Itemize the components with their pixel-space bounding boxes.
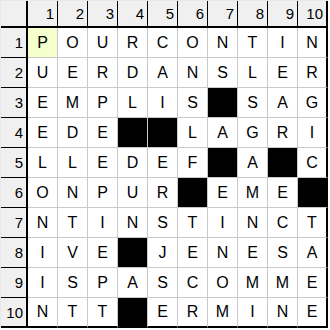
col-header-1: 1 — [28, 1, 58, 28]
col-header-2: 2 — [58, 1, 88, 28]
block-cell-r10c4[interactable] — [118, 298, 148, 328]
row-header-10: 10 — [1, 298, 28, 328]
letter-cell-r6c2[interactable]: N — [58, 178, 88, 208]
letter-cell-r1c8[interactable]: T — [238, 28, 268, 58]
letter-cell-r3c1[interactable]: E — [28, 88, 58, 118]
letter-cell-r5c10[interactable]: C — [298, 148, 328, 178]
letter-cell-r2c1[interactable]: U — [28, 58, 58, 88]
block-cell-r5c7[interactable] — [208, 148, 238, 178]
letter-cell-r5c5[interactable]: E — [148, 148, 178, 178]
block-cell-r8c4[interactable] — [118, 238, 148, 268]
letter-cell-r2c7[interactable]: S — [208, 58, 238, 88]
letter-cell-r9c6[interactable]: C — [178, 268, 208, 298]
letter-cell-r10c9[interactable]: N — [268, 298, 298, 328]
letter-cell-r2c5[interactable]: A — [148, 58, 178, 88]
letter-cell-r6c1[interactable]: O — [28, 178, 58, 208]
row-header-1: 1 — [1, 28, 28, 58]
block-cell-r3c7[interactable] — [208, 88, 238, 118]
row-header-4: 4 — [1, 118, 28, 148]
letter-cell-r10c2[interactable]: T — [58, 298, 88, 328]
crossword-grid: 123456789101POURCONTIN2UERDANSLER3EMPLIS… — [0, 0, 328, 328]
letter-cell-r2c9[interactable]: E — [268, 58, 298, 88]
letter-cell-r9c7[interactable]: O — [208, 268, 238, 298]
letter-cell-r7c1[interactable]: N — [28, 208, 58, 238]
row-header-9: 9 — [1, 268, 28, 298]
letter-cell-r10c6[interactable]: R — [178, 298, 208, 328]
letter-cell-r3c2[interactable]: M — [58, 88, 88, 118]
letter-cell-r9c5[interactable]: S — [148, 268, 178, 298]
letter-cell-r8c10[interactable]: A — [298, 238, 328, 268]
letter-cell-r1c3[interactable]: U — [88, 28, 118, 58]
letter-cell-r8c7[interactable]: N — [208, 238, 238, 268]
letter-cell-r3c8[interactable]: S — [238, 88, 268, 118]
letter-cell-r1c9[interactable]: I — [268, 28, 298, 58]
letter-cell-r3c4[interactable]: L — [118, 88, 148, 118]
letter-cell-r9c2[interactable]: S — [58, 268, 88, 298]
letter-cell-r1c4[interactable]: R — [118, 28, 148, 58]
letter-cell-r6c8[interactable]: M — [238, 178, 268, 208]
letter-cell-r4c9[interactable]: R — [268, 118, 298, 148]
letter-cell-r2c8[interactable]: L — [238, 58, 268, 88]
row-header-8: 8 — [1, 238, 28, 268]
letter-cell-r8c5[interactable]: J — [148, 238, 178, 268]
letter-cell-r7c2[interactable]: T — [58, 208, 88, 238]
letter-cell-r5c1[interactable]: L — [28, 148, 58, 178]
col-header-4: 4 — [118, 1, 148, 28]
letter-cell-r10c10[interactable]: E — [298, 298, 328, 328]
letter-cell-r2c2[interactable]: E — [58, 58, 88, 88]
row-header-6: 6 — [1, 178, 28, 208]
letter-cell-r10c5[interactable]: E — [148, 298, 178, 328]
letter-cell-r3c9[interactable]: A — [268, 88, 298, 118]
letter-cell-r8c8[interactable]: E — [238, 238, 268, 268]
letter-cell-r7c3[interactable]: I — [88, 208, 118, 238]
letter-cell-r5c4[interactable]: D — [118, 148, 148, 178]
col-header-5: 5 — [148, 1, 178, 28]
letter-cell-r1c2[interactable]: O — [58, 28, 88, 58]
letter-cell-r8c3[interactable]: E — [88, 238, 118, 268]
letter-cell-r6c3[interactable]: P — [88, 178, 118, 208]
row-header-3: 3 — [1, 88, 28, 118]
letter-cell-r3c5[interactable]: I — [148, 88, 178, 118]
letter-cell-r4c2[interactable]: D — [58, 118, 88, 148]
letter-cell-r7c5[interactable]: S — [148, 208, 178, 238]
letter-cell-r4c8[interactable]: G — [238, 118, 268, 148]
letter-cell-r1c7[interactable]: N — [208, 28, 238, 58]
col-header-9: 9 — [268, 1, 298, 28]
block-cell-r6c6[interactable] — [178, 178, 208, 208]
letter-cell-r9c8[interactable]: M — [238, 268, 268, 298]
block-cell-r4c4[interactable] — [118, 118, 148, 148]
col-header-3: 3 — [88, 1, 118, 28]
letter-cell-r9c4[interactable]: A — [118, 268, 148, 298]
row-header-2: 2 — [1, 58, 28, 88]
letter-cell-r10c7[interactable]: M — [208, 298, 238, 328]
letter-cell-r5c6[interactable]: F — [178, 148, 208, 178]
letter-cell-r4c7[interactable]: A — [208, 118, 238, 148]
letter-cell-r6c7[interactable]: E — [208, 178, 238, 208]
letter-cell-r5c2[interactable]: L — [58, 148, 88, 178]
col-header-8: 8 — [238, 1, 268, 28]
col-header-7: 7 — [208, 1, 238, 28]
letter-cell-r3c3[interactable]: P — [88, 88, 118, 118]
letter-cell-r1c1[interactable]: P — [28, 28, 58, 58]
letter-cell-r6c5[interactable]: R — [148, 178, 178, 208]
letter-cell-r4c10[interactable]: I — [298, 118, 328, 148]
letter-cell-r4c1[interactable]: E — [28, 118, 58, 148]
letter-cell-r6c4[interactable]: U — [118, 178, 148, 208]
letter-cell-r9c10[interactable]: E — [298, 268, 328, 298]
letter-cell-r2c10[interactable]: R — [298, 58, 328, 88]
letter-cell-r4c6[interactable]: L — [178, 118, 208, 148]
block-cell-r6c10[interactable] — [298, 178, 328, 208]
letter-cell-r8c1[interactable]: I — [28, 238, 58, 268]
letter-cell-r7c4[interactable]: N — [118, 208, 148, 238]
letter-cell-r10c8[interactable]: I — [238, 298, 268, 328]
letter-cell-r7c8[interactable]: N — [238, 208, 268, 238]
letter-cell-r7c10[interactable]: T — [298, 208, 328, 238]
letter-cell-r2c3[interactable]: R — [88, 58, 118, 88]
corner-cell — [1, 1, 28, 28]
letter-cell-r3c10[interactable]: G — [298, 88, 328, 118]
col-header-10: 10 — [298, 1, 328, 28]
letter-cell-r7c7[interactable]: I — [208, 208, 238, 238]
letter-cell-r5c3[interactable]: E — [88, 148, 118, 178]
col-header-6: 6 — [178, 1, 208, 28]
block-cell-r5c9[interactable] — [268, 148, 298, 178]
letter-cell-r7c6[interactable]: T — [178, 208, 208, 238]
letter-cell-r7c9[interactable]: C — [268, 208, 298, 238]
letter-cell-r9c9[interactable]: M — [268, 268, 298, 298]
letter-cell-r10c1[interactable]: N — [28, 298, 58, 328]
row-header-7: 7 — [1, 208, 28, 238]
row-header-5: 5 — [1, 148, 28, 178]
letter-cell-r5c8[interactable]: A — [238, 148, 268, 178]
letter-cell-r9c1[interactable]: I — [28, 268, 58, 298]
letter-cell-r4c3[interactable]: E — [88, 118, 118, 148]
letter-cell-r1c6[interactable]: O — [178, 28, 208, 58]
letter-cell-r2c4[interactable]: D — [118, 58, 148, 88]
letter-cell-r10c3[interactable]: T — [88, 298, 118, 328]
letter-cell-r9c3[interactable]: P — [88, 268, 118, 298]
letter-cell-r6c9[interactable]: E — [268, 178, 298, 208]
letter-cell-r1c10[interactable]: N — [298, 28, 328, 58]
letter-cell-r1c5[interactable]: C — [148, 28, 178, 58]
letter-cell-r2c6[interactable]: N — [178, 58, 208, 88]
letter-cell-r8c9[interactable]: S — [268, 238, 298, 268]
letter-cell-r8c6[interactable]: E — [178, 238, 208, 268]
letter-cell-r8c2[interactable]: V — [58, 238, 88, 268]
letter-cell-r3c6[interactable]: S — [178, 88, 208, 118]
block-cell-r4c5[interactable] — [148, 118, 178, 148]
crossword-app: 123456789101POURCONTIN2UERDANSLER3EMPLIS… — [0, 0, 330, 330]
